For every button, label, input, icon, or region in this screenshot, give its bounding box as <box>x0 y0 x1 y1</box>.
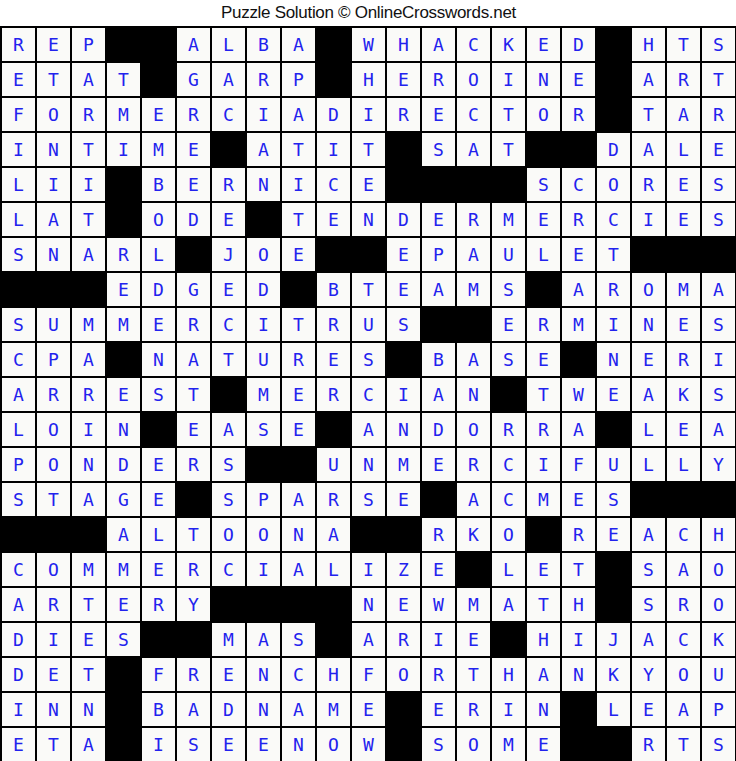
letter-cell: H <box>491 657 526 692</box>
black-cell <box>316 587 351 622</box>
letter-cell: R <box>666 342 701 377</box>
letter-cell: S <box>351 342 386 377</box>
black-cell <box>491 622 526 657</box>
letter-cell: C <box>456 97 491 132</box>
letter-cell: D <box>211 692 246 727</box>
letter-cell: N <box>281 727 316 761</box>
letter-cell: A <box>36 202 71 237</box>
letter-cell: E <box>421 552 456 587</box>
letter-cell: B <box>421 342 456 377</box>
letter-cell: C <box>316 167 351 202</box>
letter-cell: D <box>1 657 36 692</box>
letter-cell: D <box>316 97 351 132</box>
letter-cell: R <box>1 27 36 62</box>
letter-cell: R <box>561 202 596 237</box>
black-cell <box>526 272 561 307</box>
black-cell <box>596 587 631 622</box>
letter-cell: S <box>701 727 736 761</box>
letter-cell: A <box>561 412 596 447</box>
letter-cell: R <box>526 307 561 342</box>
letter-cell: I <box>351 552 386 587</box>
letter-cell: S <box>421 132 456 167</box>
letter-cell: D <box>141 272 176 307</box>
letter-cell: E <box>666 307 701 342</box>
letter-cell: L <box>141 517 176 552</box>
black-cell <box>176 622 211 657</box>
letter-cell: S <box>526 167 561 202</box>
letter-cell: E <box>421 97 456 132</box>
letter-cell: A <box>421 272 456 307</box>
letter-cell: N <box>36 237 71 272</box>
letter-cell: R <box>316 482 351 517</box>
letter-cell: L <box>666 447 701 482</box>
black-cell <box>666 482 701 517</box>
letter-cell: E <box>561 62 596 97</box>
letter-cell: O <box>316 727 351 761</box>
letter-cell: S <box>281 622 316 657</box>
letter-cell: N <box>71 692 106 727</box>
letter-cell: A <box>71 482 106 517</box>
black-cell <box>106 27 141 62</box>
letter-cell: C <box>211 97 246 132</box>
letter-cell: E <box>526 27 561 62</box>
black-cell <box>386 727 421 761</box>
letter-cell: M <box>386 447 421 482</box>
letter-cell: L <box>526 237 561 272</box>
letter-cell: U <box>246 342 281 377</box>
letter-cell: E <box>491 307 526 342</box>
letter-cell: S <box>141 377 176 412</box>
letter-cell: H <box>631 27 666 62</box>
black-cell <box>456 552 491 587</box>
letter-cell: H <box>701 517 736 552</box>
letter-cell: O <box>36 447 71 482</box>
letter-cell: A <box>176 27 211 62</box>
letter-cell: C <box>666 517 701 552</box>
letter-cell: F <box>561 447 596 482</box>
letter-cell: C <box>211 552 246 587</box>
letter-cell: E <box>421 202 456 237</box>
letter-cell: T <box>36 62 71 97</box>
letter-cell: A <box>631 132 666 167</box>
letter-cell: M <box>526 482 561 517</box>
letter-cell: S <box>631 552 666 587</box>
letter-cell: Y <box>176 587 211 622</box>
black-cell <box>316 622 351 657</box>
black-cell <box>316 27 351 62</box>
letter-cell: P <box>281 62 316 97</box>
letter-cell: N <box>386 412 421 447</box>
letter-cell: L <box>666 132 701 167</box>
letter-cell: C <box>211 307 246 342</box>
letter-cell: E <box>526 727 561 761</box>
letter-cell: R <box>246 62 281 97</box>
black-cell <box>281 447 316 482</box>
letter-cell: U <box>491 237 526 272</box>
black-cell <box>456 307 491 342</box>
letter-cell: R <box>281 342 316 377</box>
letter-cell: I <box>491 692 526 727</box>
letter-cell: E <box>561 482 596 517</box>
black-cell <box>596 62 631 97</box>
letter-cell: G <box>106 482 141 517</box>
letter-cell: E <box>526 202 561 237</box>
letter-cell: N <box>246 167 281 202</box>
letter-cell: I <box>596 307 631 342</box>
black-cell <box>106 342 141 377</box>
letter-cell: T <box>701 62 736 97</box>
letter-cell: I <box>71 412 106 447</box>
letter-cell: R <box>106 237 141 272</box>
black-cell <box>246 587 281 622</box>
letter-cell: S <box>211 447 246 482</box>
letter-cell: T <box>666 727 701 761</box>
black-cell <box>106 657 141 692</box>
black-cell <box>596 552 631 587</box>
letter-cell: E <box>36 657 71 692</box>
letter-cell: N <box>246 692 281 727</box>
letter-cell: A <box>1 587 36 622</box>
letter-cell: N <box>526 692 561 727</box>
letter-cell: A <box>631 62 666 97</box>
letter-cell: N <box>351 202 386 237</box>
black-cell <box>1 272 36 307</box>
black-cell <box>456 167 491 202</box>
letter-cell: R <box>456 447 491 482</box>
letter-cell: E <box>246 727 281 761</box>
letter-cell: D <box>596 132 631 167</box>
letter-cell: E <box>316 342 351 377</box>
letter-cell: M <box>71 552 106 587</box>
black-cell <box>561 342 596 377</box>
letter-cell: T <box>456 657 491 692</box>
letter-cell: N <box>596 342 631 377</box>
letter-cell: E <box>631 692 666 727</box>
letter-cell: A <box>246 622 281 657</box>
letter-cell: I <box>106 132 141 167</box>
letter-cell: N <box>526 62 561 97</box>
letter-cell: A <box>631 377 666 412</box>
black-cell <box>176 237 211 272</box>
letter-cell: E <box>281 412 316 447</box>
letter-cell: A <box>351 412 386 447</box>
black-cell <box>281 272 316 307</box>
black-cell <box>141 622 176 657</box>
letter-cell: C <box>351 377 386 412</box>
letter-cell: R <box>386 97 421 132</box>
black-cell <box>211 587 246 622</box>
letter-cell: T <box>211 342 246 377</box>
letter-cell: T <box>351 272 386 307</box>
black-cell <box>71 272 106 307</box>
black-cell <box>596 727 631 761</box>
letter-cell: A <box>281 482 316 517</box>
letter-cell: O <box>211 517 246 552</box>
letter-cell: S <box>421 727 456 761</box>
letter-cell: D <box>561 27 596 62</box>
letter-cell: A <box>211 62 246 97</box>
letter-cell: E <box>666 167 701 202</box>
letter-cell: E <box>526 552 561 587</box>
letter-cell: A <box>71 62 106 97</box>
letter-cell: S <box>701 27 736 62</box>
letter-cell: U <box>36 307 71 342</box>
letter-cell: E <box>141 552 176 587</box>
letter-cell: E <box>421 447 456 482</box>
letter-cell: U <box>316 447 351 482</box>
letter-cell: G <box>176 272 211 307</box>
black-cell <box>561 692 596 727</box>
letter-cell: O <box>596 167 631 202</box>
letter-cell: R <box>386 622 421 657</box>
letter-cell: N <box>561 657 596 692</box>
letter-cell: I <box>1 132 36 167</box>
letter-cell: M <box>456 272 491 307</box>
letter-cell: T <box>596 237 631 272</box>
letter-cell: T <box>561 552 596 587</box>
letter-cell: E <box>351 167 386 202</box>
letter-cell: O <box>246 237 281 272</box>
letter-cell: O <box>701 552 736 587</box>
letter-cell: P <box>36 342 71 377</box>
letter-cell: R <box>666 62 701 97</box>
letter-cell: A <box>561 272 596 307</box>
letter-cell: L <box>316 552 351 587</box>
black-cell <box>491 167 526 202</box>
letter-cell: L <box>141 237 176 272</box>
letter-cell: E <box>141 97 176 132</box>
letter-cell: E <box>281 237 316 272</box>
letter-cell: T <box>281 307 316 342</box>
letter-cell: T <box>526 587 561 622</box>
letter-cell: S <box>1 482 36 517</box>
letter-cell: E <box>386 272 421 307</box>
letter-cell: O <box>526 97 561 132</box>
letter-cell: A <box>71 727 106 761</box>
letter-cell: N <box>631 307 666 342</box>
letter-cell: K <box>596 657 631 692</box>
letter-cell: I <box>526 447 561 482</box>
letter-cell: I <box>141 727 176 761</box>
letter-cell: Z <box>386 552 421 587</box>
letter-cell: R <box>631 727 666 761</box>
black-cell <box>36 517 71 552</box>
letter-cell: I <box>421 622 456 657</box>
letter-cell: I <box>246 552 281 587</box>
letter-cell: E <box>71 622 106 657</box>
letter-cell: T <box>491 97 526 132</box>
letter-cell: D <box>421 412 456 447</box>
letter-cell: A <box>631 622 666 657</box>
letter-cell: A <box>701 412 736 447</box>
letter-cell: N <box>71 447 106 482</box>
letter-cell: O <box>631 272 666 307</box>
letter-cell: B <box>316 272 351 307</box>
letter-cell: K <box>701 622 736 657</box>
letter-cell: O <box>456 412 491 447</box>
letter-cell: I <box>246 307 281 342</box>
black-cell <box>316 237 351 272</box>
letter-cell: A <box>281 97 316 132</box>
letter-cell: A <box>1 377 36 412</box>
letter-cell: O <box>456 727 491 761</box>
letter-cell: R <box>421 517 456 552</box>
letter-cell: A <box>176 342 211 377</box>
letter-cell: T <box>631 97 666 132</box>
letter-cell: O <box>36 552 71 587</box>
letter-cell: R <box>36 377 71 412</box>
black-cell <box>36 272 71 307</box>
letter-cell: R <box>596 272 631 307</box>
letter-cell: D <box>1 622 36 657</box>
letter-cell: M <box>491 727 526 761</box>
letter-cell: S <box>106 622 141 657</box>
black-cell <box>526 517 561 552</box>
letter-cell: J <box>211 237 246 272</box>
black-cell <box>491 377 526 412</box>
letter-cell: A <box>631 517 666 552</box>
black-cell <box>596 27 631 62</box>
letter-cell: R <box>71 377 106 412</box>
letter-cell: E <box>106 272 141 307</box>
letter-cell: E <box>141 482 176 517</box>
letter-cell: S <box>246 412 281 447</box>
black-cell <box>421 307 456 342</box>
letter-cell: P <box>1 447 36 482</box>
letter-cell: R <box>176 552 211 587</box>
letter-cell: M <box>456 587 491 622</box>
letter-cell: K <box>666 377 701 412</box>
letter-cell: E <box>351 692 386 727</box>
letter-cell: N <box>36 692 71 727</box>
letter-cell: M <box>316 692 351 727</box>
letter-cell: R <box>491 412 526 447</box>
letter-cell: E <box>421 692 456 727</box>
letter-cell: M <box>561 307 596 342</box>
letter-cell: U <box>596 447 631 482</box>
letter-cell: E <box>176 412 211 447</box>
letter-cell: O <box>666 657 701 692</box>
black-cell <box>141 62 176 97</box>
letter-cell: L <box>1 202 36 237</box>
letter-cell: S <box>351 482 386 517</box>
letter-cell: S <box>701 202 736 237</box>
letter-cell: E <box>666 412 701 447</box>
letter-cell: T <box>71 202 106 237</box>
letter-cell: M <box>106 307 141 342</box>
letter-cell: C <box>491 447 526 482</box>
letter-cell: S <box>491 272 526 307</box>
black-cell <box>246 447 281 482</box>
letter-cell: T <box>71 132 106 167</box>
letter-cell: D <box>386 202 421 237</box>
letter-cell: C <box>1 552 36 587</box>
letter-cell: R <box>421 657 456 692</box>
letter-cell: F <box>1 97 36 132</box>
letter-cell: A <box>456 482 491 517</box>
black-cell <box>246 202 281 237</box>
letter-cell: I <box>351 97 386 132</box>
letter-cell: M <box>106 97 141 132</box>
letter-cell: I <box>36 622 71 657</box>
letter-cell: C <box>456 27 491 62</box>
letter-cell: I <box>1 692 36 727</box>
letter-cell: A <box>246 132 281 167</box>
letter-cell: L <box>491 552 526 587</box>
letter-cell: M <box>106 552 141 587</box>
letter-cell: R <box>526 412 561 447</box>
letter-cell: P <box>701 692 736 727</box>
letter-cell: N <box>351 587 386 622</box>
letter-cell: A <box>71 342 106 377</box>
black-cell <box>386 167 421 202</box>
letter-cell: R <box>176 97 211 132</box>
letter-cell: E <box>176 132 211 167</box>
letter-cell: L <box>1 167 36 202</box>
letter-cell: L <box>596 692 631 727</box>
letter-cell: L <box>631 447 666 482</box>
letter-cell: L <box>1 412 36 447</box>
letter-cell: I <box>631 202 666 237</box>
letter-cell: B <box>246 27 281 62</box>
letter-cell: N <box>456 377 491 412</box>
letter-cell: R <box>701 97 736 132</box>
letter-cell: E <box>141 447 176 482</box>
letter-cell: T <box>351 132 386 167</box>
letter-cell: C <box>1 342 36 377</box>
letter-cell: R <box>666 587 701 622</box>
letter-cell: O <box>36 97 71 132</box>
letter-cell: H <box>351 62 386 97</box>
letter-cell: M <box>666 272 701 307</box>
letter-cell: R <box>316 377 351 412</box>
letter-cell: R <box>71 97 106 132</box>
letter-cell: M <box>246 377 281 412</box>
black-cell <box>526 132 561 167</box>
letter-cell: I <box>71 167 106 202</box>
letter-cell: T <box>176 517 211 552</box>
letter-cell: E <box>386 587 421 622</box>
letter-cell: E <box>106 587 141 622</box>
letter-cell: E <box>106 377 141 412</box>
letter-cell: T <box>491 132 526 167</box>
letter-cell: R <box>176 307 211 342</box>
letter-cell: S <box>386 307 421 342</box>
letter-cell: E <box>36 27 71 62</box>
letter-cell: M <box>491 202 526 237</box>
letter-cell: E <box>1 727 36 761</box>
letter-cell: H <box>386 27 421 62</box>
letter-cell: S <box>1 307 36 342</box>
letter-cell: W <box>351 727 386 761</box>
letter-cell: R <box>316 307 351 342</box>
letter-cell: M <box>71 307 106 342</box>
black-cell <box>71 517 106 552</box>
letter-cell: C <box>561 167 596 202</box>
letter-cell: C <box>596 202 631 237</box>
letter-cell: L <box>211 27 246 62</box>
letter-cell: S <box>1 237 36 272</box>
black-cell <box>701 237 736 272</box>
letter-cell: I <box>246 97 281 132</box>
black-cell <box>386 692 421 727</box>
letter-cell: G <box>176 62 211 97</box>
letter-cell: J <box>596 622 631 657</box>
letter-cell: A <box>281 692 316 727</box>
letter-cell: F <box>141 657 176 692</box>
letter-cell: O <box>386 657 421 692</box>
black-cell <box>106 692 141 727</box>
